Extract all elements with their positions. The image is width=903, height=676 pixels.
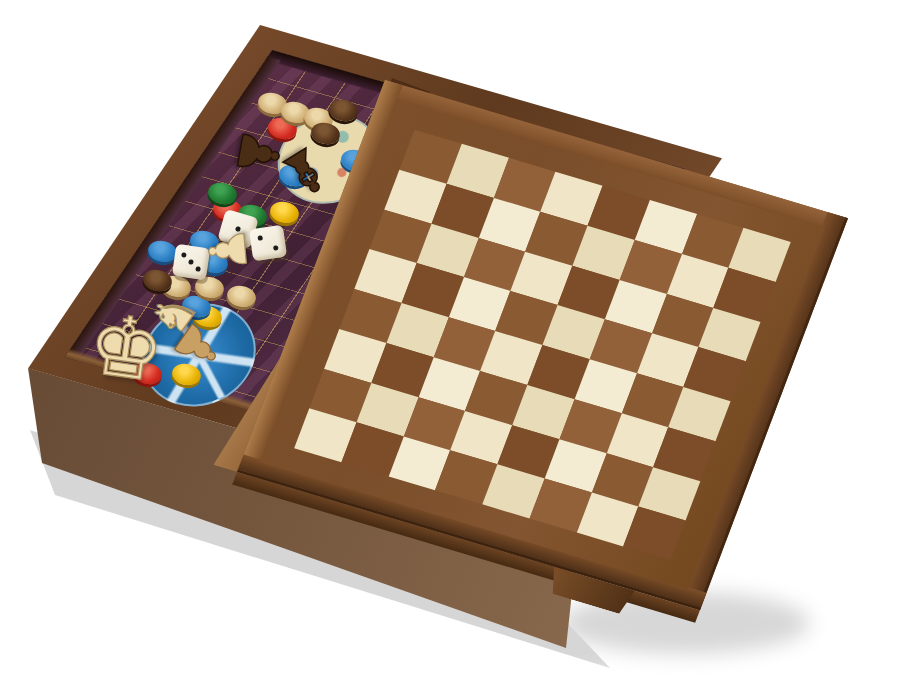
die-pip — [258, 235, 264, 241]
king-white: ♚ — [83, 301, 169, 395]
die-pip — [181, 252, 187, 258]
product-photo-scene: ♟♝♟♞♟♚ — [0, 0, 903, 676]
die-pip — [188, 259, 194, 265]
die-pip — [273, 245, 279, 251]
pawn-white-lying: ♟ — [201, 225, 255, 274]
